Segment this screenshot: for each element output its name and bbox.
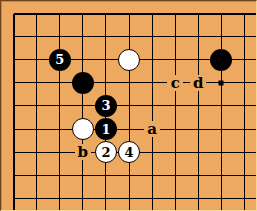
grid-line-vertical (152, 48, 153, 71)
grid-line-vertical (198, 14, 199, 26)
intersection-j9 (210, 187, 233, 210)
grid-line-vertical (152, 14, 153, 26)
grid-line-vertical (175, 164, 176, 187)
intersection-f8 (117, 164, 140, 187)
intersection-a6 (2, 117, 25, 140)
intersection-i6 (187, 117, 210, 140)
grid-line-vertical (59, 14, 60, 26)
intersection-b4 (25, 71, 48, 94)
intersection-h5 (164, 94, 187, 117)
intersection-h7 (164, 141, 187, 164)
grid-line-vertical (59, 25, 60, 48)
intersection-f1 (117, 2, 140, 25)
intersection-i4: d (187, 71, 210, 94)
intersection-k5 (233, 94, 256, 117)
intersection-f4 (117, 71, 140, 94)
grid-line-vertical (175, 25, 176, 48)
intersection-h4: c (164, 71, 187, 94)
intersection-a8 (2, 164, 25, 187)
white-stone: 2 (95, 141, 117, 163)
intersection-h8 (164, 164, 187, 187)
grid-line-vertical (198, 25, 199, 48)
point-label-c: c (167, 75, 183, 91)
go-board-grid: 5cd31ab24 (2, 2, 256, 210)
grid-line-vertical (198, 164, 199, 187)
intersection-k2 (233, 25, 256, 48)
move-number: 3 (101, 99, 110, 112)
intersection-e5: 3 (94, 94, 117, 117)
intersection-b6 (25, 117, 48, 140)
move-number: 4 (124, 146, 133, 159)
intersection-d2 (71, 25, 94, 48)
grid-line-horizontal (14, 129, 26, 130)
grid-line-vertical (152, 164, 153, 187)
grid-line-vertical (244, 141, 245, 164)
intersection-a3 (2, 48, 25, 71)
grid-line-horizontal (14, 36, 26, 37)
move-number: 2 (101, 146, 110, 159)
intersection-f7: 4 (117, 141, 140, 164)
grid-line-vertical (221, 14, 222, 26)
grid-line-vertical (221, 25, 222, 48)
point-label-d: d (190, 75, 206, 91)
grid-line-vertical (82, 14, 83, 26)
intersection-b5 (25, 94, 48, 117)
grid-line-vertical (175, 117, 176, 140)
grid-line-vertical (105, 48, 106, 71)
intersection-i8 (187, 164, 210, 187)
grid-line-vertical (36, 14, 37, 26)
black-stone: 3 (95, 95, 117, 117)
intersection-c1 (48, 2, 71, 25)
grid-line-vertical (129, 164, 130, 187)
grid-line-vertical (221, 94, 222, 117)
intersection-j8 (210, 164, 233, 187)
grid-line-vertical (198, 141, 199, 164)
star-point (219, 80, 224, 85)
intersection-g1 (141, 2, 164, 25)
grid-line-vertical (244, 71, 245, 94)
intersection-k8 (233, 164, 256, 187)
grid-line-vertical (59, 94, 60, 117)
intersection-f2 (117, 25, 140, 48)
intersection-a4 (2, 71, 25, 94)
grid-line-vertical (82, 164, 83, 187)
intersection-k9 (233, 187, 256, 210)
intersection-j1 (210, 2, 233, 25)
intersection-j5 (210, 94, 233, 117)
intersection-d6 (71, 117, 94, 140)
intersection-g5 (141, 94, 164, 117)
intersection-i9 (187, 187, 210, 210)
intersection-i7 (187, 141, 210, 164)
intersection-g6: a (141, 117, 164, 140)
grid-line-vertical (82, 25, 83, 48)
intersection-h9 (164, 187, 187, 210)
intersection-g9 (141, 187, 164, 210)
intersection-h6 (164, 117, 187, 140)
grid-line-vertical (198, 117, 199, 140)
intersection-i5 (187, 94, 210, 117)
intersection-b8 (25, 164, 48, 187)
grid-line-vertical (221, 164, 222, 187)
grid-line-vertical (175, 94, 176, 117)
intersection-c8 (48, 164, 71, 187)
grid-line-vertical (105, 71, 106, 94)
grid-line-vertical (59, 71, 60, 94)
grid-line-vertical (221, 117, 222, 140)
intersection-h2 (164, 25, 187, 48)
grid-line-vertical (82, 48, 83, 71)
intersection-d4 (71, 71, 94, 94)
grid-line-vertical (244, 25, 245, 48)
intersection-a9 (2, 187, 25, 210)
intersection-f3 (117, 48, 140, 71)
intersection-c3: 5 (48, 48, 71, 71)
grid-line-vertical (59, 141, 60, 164)
white-stone (72, 118, 94, 140)
intersection-e4 (94, 71, 117, 94)
grid-line-vertical (175, 187, 176, 210)
intersection-a5 (2, 94, 25, 117)
grid-line-vertical (105, 164, 106, 187)
grid-line-vertical (59, 117, 60, 140)
intersection-c9 (48, 187, 71, 210)
intersection-k4 (233, 71, 256, 94)
move-number: 1 (101, 123, 110, 136)
intersection-d8 (71, 164, 94, 187)
grid-line-vertical (13, 187, 15, 210)
go-diagram: 5cd31ab24 (0, 0, 257, 211)
grid-line-vertical (221, 141, 222, 164)
grid-line-vertical (198, 187, 199, 210)
intersection-k3 (233, 48, 256, 71)
grid-line-vertical (244, 48, 245, 71)
intersection-i1 (187, 2, 210, 25)
grid-line-horizontal (14, 198, 26, 199)
intersection-d1 (71, 2, 94, 25)
intersection-f5 (117, 94, 140, 117)
intersection-g3 (141, 48, 164, 71)
grid-line-horizontal (14, 152, 26, 153)
grid-line-horizontal (14, 59, 26, 60)
intersection-e2 (94, 25, 117, 48)
grid-line-vertical (13, 25, 15, 48)
grid-line-vertical (105, 187, 106, 210)
grid-line-vertical (13, 117, 15, 140)
grid-line-vertical (13, 94, 15, 117)
intersection-a7 (2, 141, 25, 164)
grid-line-vertical (129, 14, 130, 26)
intersection-e7: 2 (94, 141, 117, 164)
grid-line-vertical (82, 187, 83, 210)
grid-line-vertical (59, 187, 60, 210)
point-label-b: b (75, 144, 91, 160)
grid-line-vertical (13, 164, 15, 187)
grid-line-vertical (59, 164, 60, 187)
grid-line-vertical (244, 187, 245, 210)
grid-line-horizontal (14, 13, 26, 15)
black-stone (210, 49, 232, 71)
intersection-g4 (141, 71, 164, 94)
grid-line-vertical (129, 117, 130, 140)
intersection-a2 (2, 25, 25, 48)
intersection-e3 (94, 48, 117, 71)
intersection-b1 (25, 2, 48, 25)
intersection-d9 (71, 187, 94, 210)
intersection-h3 (164, 48, 187, 71)
grid-line-vertical (105, 25, 106, 48)
black-stone (72, 72, 94, 94)
grid-line-vertical (36, 187, 37, 210)
white-stone: 4 (118, 141, 140, 163)
intersection-j4 (210, 71, 233, 94)
point-label-a: a (144, 121, 160, 137)
intersection-e6: 1 (94, 117, 117, 140)
intersection-k7 (233, 141, 256, 164)
white-stone (118, 49, 140, 71)
black-stone: 1 (95, 118, 117, 140)
intersection-b2 (25, 25, 48, 48)
grid-line-vertical (36, 94, 37, 117)
intersection-c2 (48, 25, 71, 48)
grid-line-vertical (152, 141, 153, 164)
intersection-j6 (210, 117, 233, 140)
grid-line-horizontal (14, 105, 26, 106)
grid-line-horizontal (14, 175, 26, 176)
intersection-d3 (71, 48, 94, 71)
grid-line-vertical (175, 48, 176, 71)
grid-line-vertical (152, 71, 153, 94)
grid-line-vertical (82, 94, 83, 117)
intersection-g7 (141, 141, 164, 164)
grid-line-vertical (13, 141, 15, 164)
grid-line-vertical (244, 164, 245, 187)
intersection-e1 (94, 2, 117, 25)
intersection-c5 (48, 94, 71, 117)
grid-line-horizontal (14, 82, 26, 83)
intersection-g2 (141, 25, 164, 48)
grid-line-vertical (198, 94, 199, 117)
intersection-e8 (94, 164, 117, 187)
grid-line-vertical (13, 14, 15, 26)
black-stone: 5 (49, 49, 71, 71)
intersection-b3 (25, 48, 48, 71)
intersection-f9 (117, 187, 140, 210)
intersection-b9 (25, 187, 48, 210)
grid-line-vertical (36, 48, 37, 71)
intersection-j2 (210, 25, 233, 48)
grid-line-vertical (221, 187, 222, 210)
grid-line-vertical (129, 94, 130, 117)
grid-line-vertical (152, 25, 153, 48)
grid-line-vertical (244, 94, 245, 117)
grid-line-vertical (152, 187, 153, 210)
intersection-c7 (48, 141, 71, 164)
grid-line-vertical (36, 71, 37, 94)
move-number: 5 (55, 53, 64, 66)
grid-line-vertical (13, 48, 15, 71)
intersection-i2 (187, 25, 210, 48)
intersection-g8 (141, 164, 164, 187)
intersection-c6 (48, 117, 71, 140)
intersection-d7: b (71, 141, 94, 164)
grid-line-vertical (36, 117, 37, 140)
intersection-k1 (233, 2, 256, 25)
grid-line-vertical (152, 94, 153, 117)
intersection-d5 (71, 94, 94, 117)
intersection-i3 (187, 48, 210, 71)
intersection-c4 (48, 71, 71, 94)
grid-line-vertical (36, 141, 37, 164)
grid-line-vertical (13, 71, 15, 94)
intersection-j7 (210, 141, 233, 164)
grid-line-vertical (36, 164, 37, 187)
grid-line-vertical (129, 187, 130, 210)
grid-line-vertical (129, 25, 130, 48)
grid-line-vertical (244, 117, 245, 140)
grid-line-vertical (244, 14, 245, 26)
grid-line-vertical (175, 141, 176, 164)
intersection-a1 (2, 2, 25, 25)
intersection-e9 (94, 187, 117, 210)
grid-line-vertical (198, 48, 199, 71)
grid-line-vertical (175, 14, 176, 26)
grid-line-vertical (105, 14, 106, 26)
grid-line-vertical (129, 71, 130, 94)
grid-line-vertical (36, 25, 37, 48)
intersection-k6 (233, 117, 256, 140)
intersection-h1 (164, 2, 187, 25)
intersection-b7 (25, 141, 48, 164)
intersection-f6 (117, 117, 140, 140)
intersection-j3 (210, 48, 233, 71)
